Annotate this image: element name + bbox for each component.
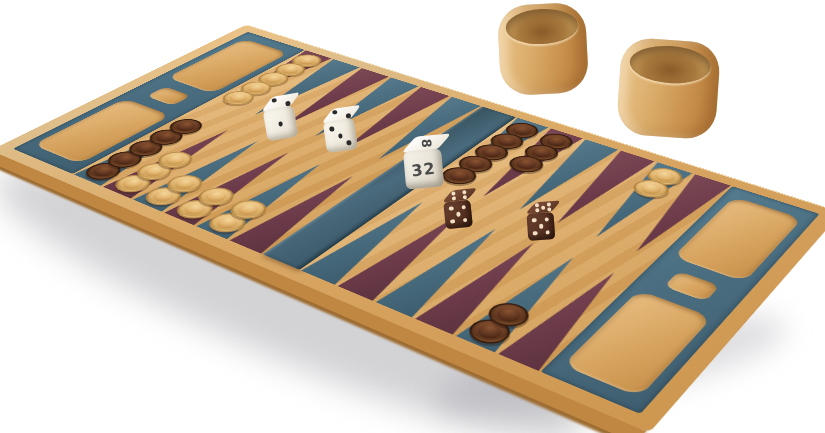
dice-cup-2-opening — [628, 43, 712, 85]
dice-cup-1[interactable] — [497, 2, 590, 96]
dice-cup-2[interactable] — [616, 37, 722, 141]
tray-recess-small — [664, 271, 720, 301]
dice-cup-1-opening — [505, 8, 579, 46]
tray-recess-small — [147, 87, 191, 106]
product-photo-scene: 832 — [0, 0, 825, 433]
